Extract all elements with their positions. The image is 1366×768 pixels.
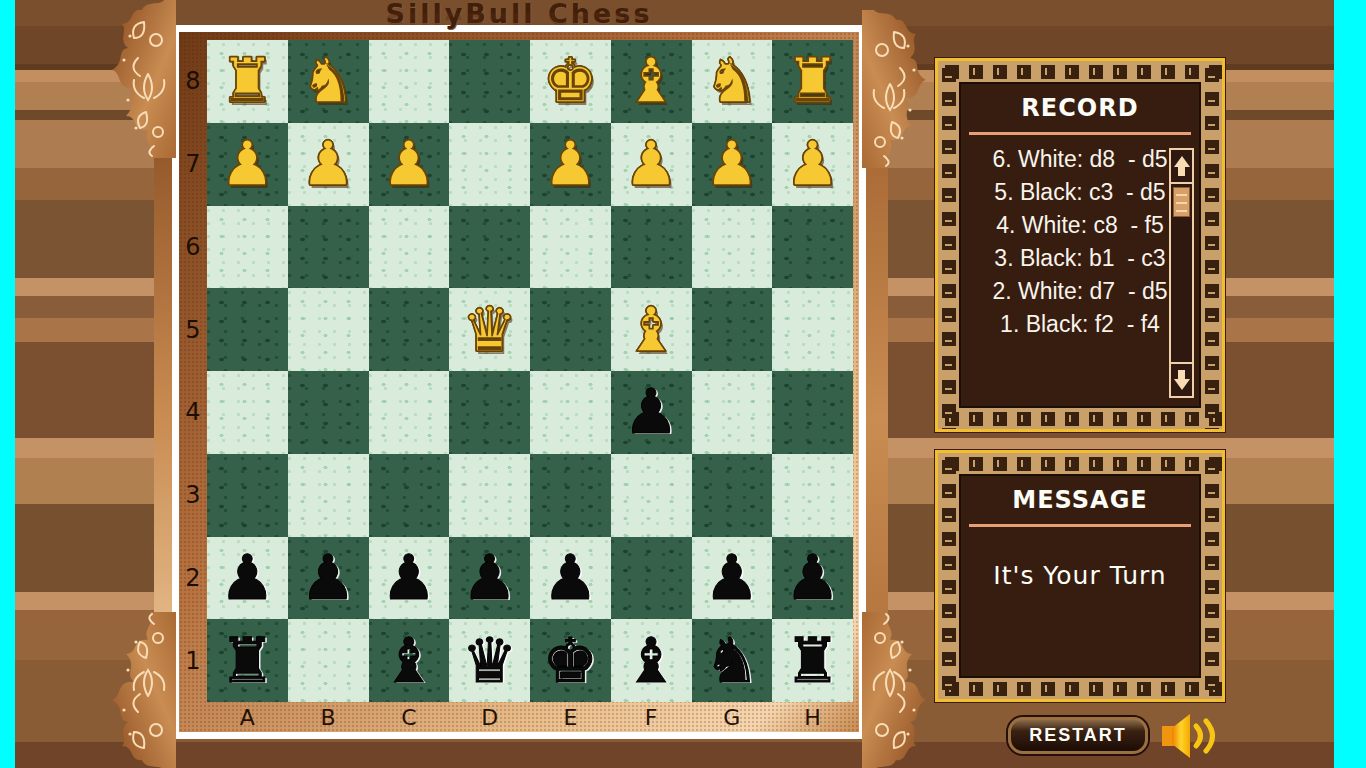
square-a1[interactable]: ♜ [207, 619, 288, 702]
square-d1[interactable]: ♛ [449, 619, 530, 702]
panel-frame-pattern [938, 408, 1222, 429]
piece-white-pawn: ♟ [785, 133, 841, 195]
panel-frame-pattern [938, 61, 959, 429]
scroll-down-arrow-icon [1174, 370, 1190, 390]
file-label-H: H [772, 702, 853, 732]
panel-frame-pattern [938, 453, 1222, 474]
lace-ornament-top-left-icon [104, 0, 176, 158]
rank-labels: 87654321 [179, 40, 207, 702]
chess-board-frame: 87654321 ABCDEFGH ♜♞♚♝♞♜♟♟♟♟♟♟♟♛♝♟♟♟♟♟♟♟… [172, 25, 866, 739]
piece-black-pawn: ♟ [704, 547, 760, 609]
piece-white-pawn: ♟ [381, 133, 437, 195]
piece-black-pawn: ♟ [785, 547, 841, 609]
square-g4[interactable] [692, 371, 773, 454]
piece-white-knight: ♞ [300, 50, 356, 112]
piece-black-pawn: ♟ [543, 547, 599, 609]
message-divider [969, 524, 1191, 527]
rank-label-2: 2 [179, 537, 207, 620]
record-scrollbar[interactable] [1169, 148, 1194, 398]
square-d7[interactable] [449, 123, 530, 206]
square-h6[interactable] [772, 206, 853, 289]
square-g1[interactable]: ♞ [692, 619, 773, 702]
square-h3[interactable] [772, 454, 853, 537]
sillybull-chess-app: SillyBull Chess SillyBull Chess [0, 0, 1366, 768]
square-e3[interactable] [530, 454, 611, 537]
piece-white-bishop: ♝ [623, 50, 679, 112]
square-a6[interactable] [207, 206, 288, 289]
square-b5[interactable] [288, 288, 369, 371]
square-f7[interactable]: ♟ [611, 123, 692, 206]
record-panel: RECORD 6. White: d8 - d55. Black: c3 - d… [935, 58, 1225, 432]
speaker-icon [1160, 708, 1218, 764]
piece-black-queen: ♛ [462, 630, 518, 692]
square-b4[interactable] [288, 371, 369, 454]
panel-frame-pattern [938, 678, 1222, 699]
square-a3[interactable] [207, 454, 288, 537]
square-d4[interactable] [449, 371, 530, 454]
message-title: MESSAGE [961, 486, 1199, 514]
square-a8[interactable]: ♜ [207, 40, 288, 123]
sound-toggle-button[interactable] [1160, 708, 1218, 764]
piece-black-rook: ♜ [220, 630, 276, 692]
piece-black-bishop: ♝ [623, 630, 679, 692]
piece-white-bishop: ♝ [623, 299, 679, 361]
piece-white-pawn: ♟ [623, 133, 679, 195]
square-d8[interactable] [449, 40, 530, 123]
piece-black-rook: ♜ [785, 630, 841, 692]
square-f2[interactable] [611, 537, 692, 620]
square-h4[interactable] [772, 371, 853, 454]
square-h1[interactable]: ♜ [772, 619, 853, 702]
square-d3[interactable] [449, 454, 530, 537]
square-a4[interactable] [207, 371, 288, 454]
square-a7[interactable]: ♟ [207, 123, 288, 206]
panel-frame-pattern [938, 453, 959, 699]
piece-white-pawn: ♟ [300, 133, 356, 195]
piece-black-king: ♚ [543, 630, 599, 692]
file-label-E: E [530, 702, 611, 732]
rank-label-8: 8 [179, 40, 207, 123]
rank-label-6: 6 [179, 206, 207, 289]
square-c3[interactable] [369, 454, 450, 537]
panel-frame-pattern [1201, 453, 1222, 699]
square-g6[interactable] [692, 206, 773, 289]
rank-label-7: 7 [179, 123, 207, 206]
square-d5[interactable]: ♛ [449, 288, 530, 371]
square-b3[interactable] [288, 454, 369, 537]
piece-white-rook: ♜ [220, 50, 276, 112]
scroll-down-button[interactable] [1171, 362, 1192, 396]
panel-frame-pattern [1201, 61, 1222, 429]
app-title-reflection: SillyBull Chess [172, 13, 866, 30]
piece-white-queen: ♛ [462, 299, 518, 361]
square-c5[interactable] [369, 288, 450, 371]
square-a2[interactable]: ♟ [207, 537, 288, 620]
square-f6[interactable] [611, 206, 692, 289]
square-f1[interactable]: ♝ [611, 619, 692, 702]
chess-board: 87654321 ABCDEFGH ♜♞♚♝♞♜♟♟♟♟♟♟♟♛♝♟♟♟♟♟♟♟… [179, 32, 859, 732]
square-h7[interactable]: ♟ [772, 123, 853, 206]
record-row: 5. Black: c3 - d5 [961, 176, 1199, 209]
square-g7[interactable]: ♟ [692, 123, 773, 206]
square-h8[interactable]: ♜ [772, 40, 853, 123]
square-f5[interactable]: ♝ [611, 288, 692, 371]
square-h5[interactable] [772, 288, 853, 371]
record-divider [969, 132, 1191, 135]
restart-button[interactable]: RESTART [1008, 717, 1148, 754]
record-row: 3. Black: b1 - c3 [961, 242, 1199, 275]
record-row: 6. White: d8 - d5 [961, 143, 1199, 176]
record-row: 2. White: d7 - d5 [961, 275, 1199, 308]
record-row: 1. Black: f2 - f4 [961, 308, 1199, 341]
piece-white-rook: ♜ [785, 50, 841, 112]
square-c6[interactable] [369, 206, 450, 289]
square-f3[interactable] [611, 454, 692, 537]
square-d2[interactable]: ♟ [449, 537, 530, 620]
file-label-G: G [692, 702, 773, 732]
file-label-C: C [369, 702, 450, 732]
square-f8[interactable]: ♝ [611, 40, 692, 123]
cyan-edge-left [0, 0, 15, 768]
square-e8[interactable]: ♚ [530, 40, 611, 123]
lace-ornament-bottom-left-icon [104, 612, 176, 768]
square-a5[interactable] [207, 288, 288, 371]
square-e5[interactable] [530, 288, 611, 371]
square-d6[interactable] [449, 206, 530, 289]
record-move-list: 6. White: d8 - d55. Black: c3 - d54. Whi… [961, 143, 1199, 341]
square-e2[interactable]: ♟ [530, 537, 611, 620]
square-c8[interactable] [369, 40, 450, 123]
record-row: 4. White: c8 - f5 [961, 209, 1199, 242]
square-g8[interactable]: ♞ [692, 40, 773, 123]
lace-ornament-top-right-icon [862, 10, 934, 168]
file-labels: ABCDEFGH [207, 702, 853, 732]
file-label-D: D [449, 702, 530, 732]
square-b8[interactable]: ♞ [288, 40, 369, 123]
rank-label-4: 4 [179, 371, 207, 454]
rank-label-3: 3 [179, 454, 207, 537]
message-text: It's Your Turn [961, 561, 1199, 590]
square-e4[interactable] [530, 371, 611, 454]
square-e7[interactable]: ♟ [530, 123, 611, 206]
message-panel: MESSAGE It's Your Turn [935, 450, 1225, 702]
piece-black-pawn: ♟ [381, 547, 437, 609]
square-c1[interactable]: ♝ [369, 619, 450, 702]
rank-label-1: 1 [179, 619, 207, 702]
file-label-A: A [207, 702, 288, 732]
piece-black-bishop: ♝ [381, 630, 437, 692]
cyan-edge-right [1334, 0, 1366, 768]
scroll-thumb[interactable] [1173, 187, 1190, 217]
board-squares: ♜♞♚♝♞♜♟♟♟♟♟♟♟♛♝♟♟♟♟♟♟♟♟♜♝♛♚♝♞♜ [207, 40, 853, 702]
square-c7[interactable]: ♟ [369, 123, 450, 206]
square-h2[interactable]: ♟ [772, 537, 853, 620]
scroll-up-button[interactable] [1171, 150, 1192, 184]
panel-frame-pattern [938, 61, 1222, 82]
piece-white-king: ♚ [543, 50, 599, 112]
square-c4[interactable] [369, 371, 450, 454]
scroll-up-arrow-icon [1174, 156, 1190, 176]
piece-white-pawn: ♟ [543, 133, 599, 195]
piece-white-pawn: ♟ [220, 133, 276, 195]
piece-black-pawn: ♟ [623, 381, 679, 443]
square-g5[interactable] [692, 288, 773, 371]
record-title: RECORD [961, 94, 1199, 122]
square-c2[interactable]: ♟ [369, 537, 450, 620]
piece-black-pawn: ♟ [220, 547, 276, 609]
square-b6[interactable] [288, 206, 369, 289]
square-b2[interactable]: ♟ [288, 537, 369, 620]
piece-white-knight: ♞ [704, 50, 760, 112]
square-b7[interactable]: ♟ [288, 123, 369, 206]
square-e1[interactable]: ♚ [530, 619, 611, 702]
square-f4[interactable]: ♟ [611, 371, 692, 454]
rank-label-5: 5 [179, 288, 207, 371]
lace-ornament-bottom-right-icon [862, 612, 934, 768]
file-label-B: B [288, 702, 369, 732]
piece-white-pawn: ♟ [704, 133, 760, 195]
square-g2[interactable]: ♟ [692, 537, 773, 620]
square-e6[interactable] [530, 206, 611, 289]
square-b1[interactable] [288, 619, 369, 702]
file-label-F: F [611, 702, 692, 732]
square-g3[interactable] [692, 454, 773, 537]
piece-black-pawn: ♟ [462, 547, 518, 609]
piece-black-knight: ♞ [704, 630, 760, 692]
piece-black-pawn: ♟ [300, 547, 356, 609]
